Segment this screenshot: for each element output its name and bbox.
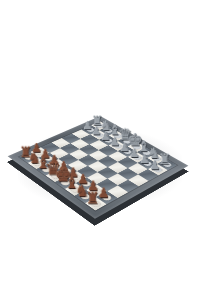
p-glyph: ♟ [148,159,162,171]
r-glyph: ♜ [85,190,101,206]
product-photo: ♜♞♝♛♚♝♞♜♟♟♟♟♟♟♟♟♟♟♟♟♟♟♟♟♜♞♝♛♚♝♞♜ [0,0,200,300]
